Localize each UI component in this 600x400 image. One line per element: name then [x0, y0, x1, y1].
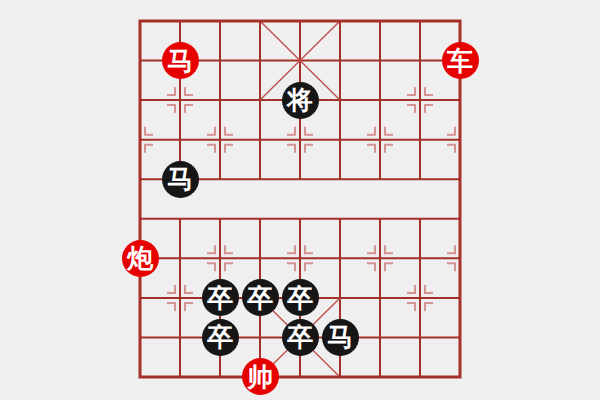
pieces-layer: 马车将马炮卒卒卒卒卒马帅 — [120, 1, 480, 397]
piece-black-general[interactable]: 将 — [282, 82, 319, 119]
piece-red-cannon[interactable]: 炮 — [122, 240, 159, 277]
piece-black-soldier[interactable]: 卒 — [202, 279, 239, 316]
piece-black-horse[interactable]: 马 — [162, 161, 199, 198]
piece-black-soldier[interactable]: 卒 — [242, 279, 279, 316]
piece-black-horse[interactable]: 马 — [322, 319, 359, 356]
xiangqi-board: 马车将马炮卒卒卒卒卒马帅 — [0, 0, 600, 400]
piece-red-general[interactable]: 帅 — [242, 358, 279, 395]
xiangqi-screen: 马车将马炮卒卒卒卒卒马帅 — [0, 0, 600, 400]
piece-red-horse[interactable]: 马 — [162, 42, 199, 79]
piece-black-soldier[interactable]: 卒 — [202, 319, 239, 356]
piece-black-soldier[interactable]: 卒 — [282, 279, 319, 316]
piece-black-soldier[interactable]: 卒 — [282, 319, 319, 356]
piece-red-chariot[interactable]: 车 — [442, 42, 479, 79]
